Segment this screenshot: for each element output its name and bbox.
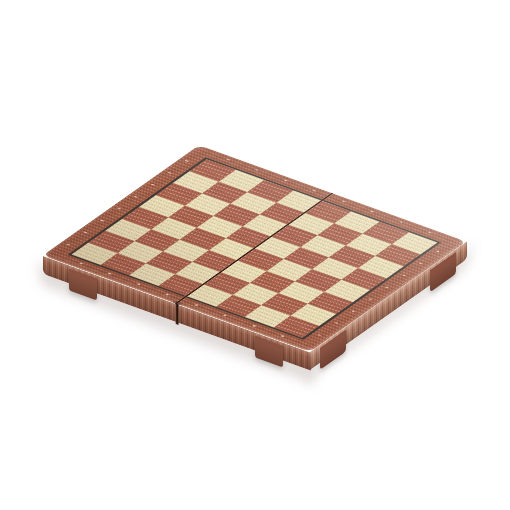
frame-coordinate-mark [399, 221, 403, 223]
frame-coordinate-mark [252, 325, 256, 327]
frame-coordinate-mark [223, 314, 227, 316]
frame-coordinate-mark [117, 208, 121, 210]
frame-coordinate-mark [255, 169, 259, 171]
frame-coordinate-mark [402, 274, 406, 276]
frame-coordinate-mark [428, 232, 432, 234]
frame-coordinate-mark [137, 283, 141, 285]
frame-coordinate-mark [83, 232, 87, 234]
frame-coordinate-mark [341, 200, 345, 202]
frame-coordinate-mark [334, 322, 338, 324]
frame-coordinate-mark [165, 294, 169, 296]
frame-coordinate-mark [368, 298, 372, 300]
frame-coordinate-mark [108, 273, 112, 275]
frame-coordinate-mark [351, 310, 355, 312]
frame-coordinate-mark [134, 196, 138, 198]
chess-board [42, 145, 466, 352]
frame-coordinate-mark [168, 172, 172, 174]
frame-coordinate-mark [370, 211, 374, 213]
frame-coordinate-mark [79, 262, 83, 264]
frame-coordinate-mark [100, 220, 104, 222]
frame-coordinate-mark [151, 184, 155, 186]
frame-coordinate-mark [419, 263, 423, 265]
frame-coordinate-mark [312, 190, 316, 192]
frame-coordinate-mark [436, 251, 440, 253]
frame-coordinate-mark [194, 304, 198, 306]
frame-coordinate-mark [184, 160, 188, 162]
frame-coordinate-mark [318, 334, 322, 336]
chessboard-product-photo [0, 0, 510, 510]
frame-coordinate-mark [281, 335, 285, 337]
frame-coordinate-mark [66, 243, 70, 245]
frame-coordinate-mark [284, 179, 288, 181]
frame-coordinate-mark [226, 159, 230, 161]
frame-coordinate-mark [385, 286, 389, 288]
hinge-seam-slit [174, 302, 178, 324]
